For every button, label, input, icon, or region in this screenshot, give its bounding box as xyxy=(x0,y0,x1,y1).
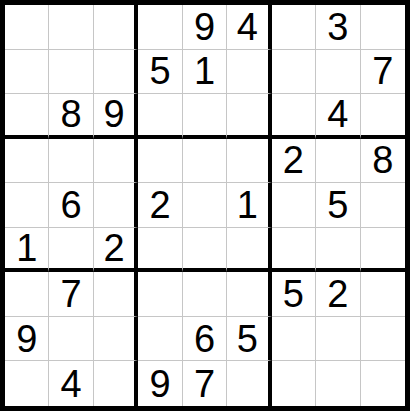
cell-r4c5-empty[interactable] xyxy=(183,139,227,184)
cell-r5c4-given-2: 2 xyxy=(138,183,182,228)
cell-r9c5-given-7: 7 xyxy=(183,361,227,406)
cell-r9c6-empty[interactable] xyxy=(227,361,271,406)
cell-r8c5-given-6: 6 xyxy=(183,317,227,362)
cell-r7c3-empty[interactable] xyxy=(94,272,138,317)
cell-r3c4-empty[interactable] xyxy=(138,94,182,139)
cell-r2c5-given-1: 1 xyxy=(183,50,227,95)
cell-r9c7-empty[interactable] xyxy=(272,361,316,406)
cell-r6c2-empty[interactable] xyxy=(49,228,93,273)
cell-r8c9-empty[interactable] xyxy=(361,317,405,362)
sudoku-puzzle: 94351789428621512752965497 xyxy=(0,0,410,411)
cell-r9c1-empty[interactable] xyxy=(5,361,49,406)
cell-r6c9-empty[interactable] xyxy=(361,228,405,273)
cell-r2c1-empty[interactable] xyxy=(5,50,49,95)
cell-r4c8-empty[interactable] xyxy=(316,139,360,184)
cell-r1c9-empty[interactable] xyxy=(361,5,405,50)
cell-r5c6-given-1: 1 xyxy=(227,183,271,228)
cell-r7c8-given-2: 2 xyxy=(316,272,360,317)
cell-r6c5-empty[interactable] xyxy=(183,228,227,273)
cell-r5c1-empty[interactable] xyxy=(5,183,49,228)
cell-r1c6-given-4: 4 xyxy=(227,5,271,50)
cell-r3c8-given-4: 4 xyxy=(316,94,360,139)
cell-r6c1-given-1: 1 xyxy=(5,228,49,273)
cell-r1c5-given-9: 9 xyxy=(183,5,227,50)
cell-r8c8-empty[interactable] xyxy=(316,317,360,362)
cell-r9c2-given-4: 4 xyxy=(49,361,93,406)
cell-r8c7-empty[interactable] xyxy=(272,317,316,362)
cell-r1c8-given-3: 3 xyxy=(316,5,360,50)
cell-r7c9-empty[interactable] xyxy=(361,272,405,317)
cell-r4c3-empty[interactable] xyxy=(94,139,138,184)
cell-r5c9-empty[interactable] xyxy=(361,183,405,228)
cell-r2c9-given-7: 7 xyxy=(361,50,405,95)
cell-r2c8-empty[interactable] xyxy=(316,50,360,95)
cell-r8c3-empty[interactable] xyxy=(94,317,138,362)
cell-r3c3-given-9: 9 xyxy=(94,94,138,139)
cell-r5c2-given-6: 6 xyxy=(49,183,93,228)
cell-r5c7-empty[interactable] xyxy=(272,183,316,228)
cell-r7c7-given-5: 5 xyxy=(272,272,316,317)
cell-r3c9-empty[interactable] xyxy=(361,94,405,139)
cell-r1c1-empty[interactable] xyxy=(5,5,49,50)
cell-r2c3-empty[interactable] xyxy=(94,50,138,95)
cell-r3c6-empty[interactable] xyxy=(227,94,271,139)
cell-r7c6-empty[interactable] xyxy=(227,272,271,317)
cell-r6c8-empty[interactable] xyxy=(316,228,360,273)
cell-r1c3-empty[interactable] xyxy=(94,5,138,50)
cell-r4c2-empty[interactable] xyxy=(49,139,93,184)
cell-r5c3-empty[interactable] xyxy=(94,183,138,228)
cell-r4c6-empty[interactable] xyxy=(227,139,271,184)
cell-r4c7-given-2: 2 xyxy=(272,139,316,184)
cell-r2c2-empty[interactable] xyxy=(49,50,93,95)
cell-r1c7-empty[interactable] xyxy=(272,5,316,50)
cell-r3c5-empty[interactable] xyxy=(183,94,227,139)
cell-r6c4-empty[interactable] xyxy=(138,228,182,273)
cell-r7c2-given-7: 7 xyxy=(49,272,93,317)
cell-r8c4-empty[interactable] xyxy=(138,317,182,362)
cell-r1c4-empty[interactable] xyxy=(138,5,182,50)
cell-r2c6-empty[interactable] xyxy=(227,50,271,95)
cell-r9c3-empty[interactable] xyxy=(94,361,138,406)
cell-r9c4-given-9: 9 xyxy=(138,361,182,406)
cell-r6c6-empty[interactable] xyxy=(227,228,271,273)
cell-r6c7-empty[interactable] xyxy=(272,228,316,273)
cell-r5c5-empty[interactable] xyxy=(183,183,227,228)
cell-r7c5-empty[interactable] xyxy=(183,272,227,317)
cell-r4c4-empty[interactable] xyxy=(138,139,182,184)
cell-r7c4-empty[interactable] xyxy=(138,272,182,317)
cell-r3c7-empty[interactable] xyxy=(272,94,316,139)
cell-r2c7-empty[interactable] xyxy=(272,50,316,95)
cell-r8c6-given-5: 5 xyxy=(227,317,271,362)
cell-r8c1-given-9: 9 xyxy=(5,317,49,362)
cell-r3c2-given-8: 8 xyxy=(49,94,93,139)
cell-r4c9-given-8: 8 xyxy=(361,139,405,184)
cell-r2c4-given-5: 5 xyxy=(138,50,182,95)
cell-r6c3-given-2: 2 xyxy=(94,228,138,273)
sudoku-board: 94351789428621512752965497 xyxy=(0,0,410,411)
cell-r9c8-empty[interactable] xyxy=(316,361,360,406)
cell-r9c9-empty[interactable] xyxy=(361,361,405,406)
cell-r5c8-given-5: 5 xyxy=(316,183,360,228)
cell-r8c2-empty[interactable] xyxy=(49,317,93,362)
cell-r3c1-empty[interactable] xyxy=(5,94,49,139)
cell-r4c1-empty[interactable] xyxy=(5,139,49,184)
cell-r1c2-empty[interactable] xyxy=(49,5,93,50)
cell-r7c1-empty[interactable] xyxy=(5,272,49,317)
